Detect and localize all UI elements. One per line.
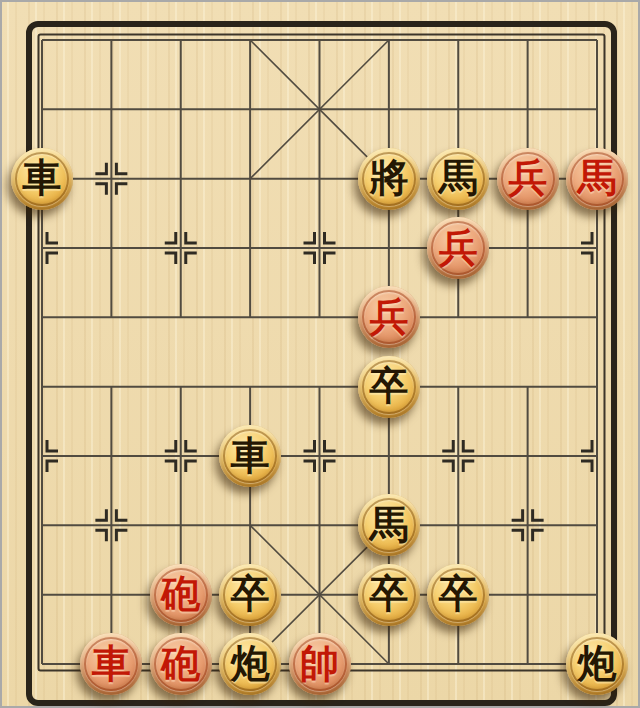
piece-red-horse[interactable]: 馬 <box>566 148 628 210</box>
piece-glyph: 馬 <box>369 505 408 544</box>
piece-glyph: 卒 <box>439 574 478 613</box>
piece-black-soldier[interactable]: 卒 <box>427 564 489 626</box>
piece-black-chariot[interactable]: 車 <box>11 148 73 210</box>
piece-glyph: 炮 <box>231 644 270 683</box>
piece-black-horse[interactable]: 馬 <box>358 494 420 556</box>
piece-black-soldier[interactable]: 卒 <box>358 564 420 626</box>
piece-glyph: 車 <box>92 644 131 683</box>
piece-black-soldier[interactable]: 卒 <box>358 356 420 418</box>
piece-glyph: 車 <box>23 158 62 197</box>
piece-red-soldier[interactable]: 兵 <box>497 148 559 210</box>
piece-glyph: 卒 <box>369 366 408 405</box>
piece-glyph: 砲 <box>161 574 200 613</box>
piece-glyph: 兵 <box>508 158 547 197</box>
piece-red-soldier[interactable]: 兵 <box>427 217 489 279</box>
piece-black-chariot[interactable]: 車 <box>219 425 281 487</box>
piece-glyph: 將 <box>369 158 408 197</box>
piece-black-general[interactable]: 將 <box>358 148 420 210</box>
piece-black-soldier[interactable]: 卒 <box>219 564 281 626</box>
piece-black-cannon[interactable]: 炮 <box>219 633 281 695</box>
piece-red-general[interactable]: 帥 <box>289 633 351 695</box>
piece-glyph: 兵 <box>369 297 408 336</box>
piece-red-cannon[interactable]: 砲 <box>150 564 212 626</box>
piece-red-soldier[interactable]: 兵 <box>358 286 420 348</box>
piece-glyph: 馬 <box>439 158 478 197</box>
piece-glyph: 車 <box>231 436 270 475</box>
piece-glyph: 卒 <box>369 574 408 613</box>
piece-red-chariot[interactable]: 車 <box>80 633 142 695</box>
board-grid-lines <box>0 0 640 708</box>
piece-glyph: 兵 <box>439 228 478 267</box>
piece-glyph: 炮 <box>578 644 617 683</box>
piece-glyph: 卒 <box>231 574 270 613</box>
piece-black-horse[interactable]: 馬 <box>427 148 489 210</box>
piece-glyph: 砲 <box>161 644 200 683</box>
piece-glyph: 馬 <box>578 158 617 197</box>
piece-red-cannon[interactable]: 砲 <box>150 633 212 695</box>
piece-glyph: 帥 <box>300 644 339 683</box>
xiangqi-board: 車將馬兵馬兵兵卒車馬砲卒卒卒車砲炮帥炮 <box>0 0 640 708</box>
piece-black-cannon[interactable]: 炮 <box>566 633 628 695</box>
